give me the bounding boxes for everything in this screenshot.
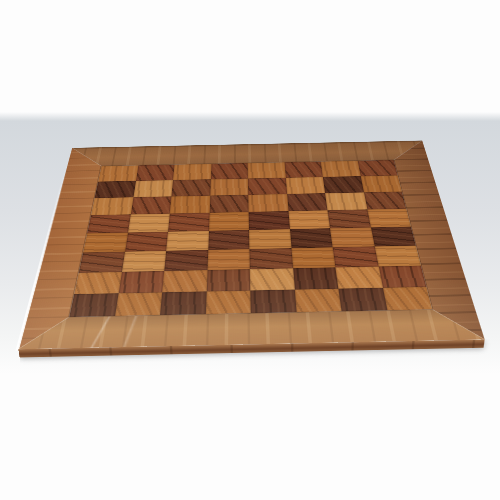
- square-g8: [321, 161, 361, 177]
- square-h3: [374, 246, 421, 267]
- square-d3: [207, 249, 250, 270]
- playing-area: [69, 160, 432, 317]
- square-a5: [87, 214, 130, 233]
- chessboard: [18, 141, 484, 350]
- square-f4: [289, 228, 332, 248]
- square-h5: [367, 209, 411, 228]
- square-c7: [171, 179, 210, 196]
- square-d1: [205, 291, 250, 315]
- square-h2: [378, 266, 426, 288]
- square-a2: [74, 272, 121, 294]
- square-e4: [249, 229, 291, 249]
- square-a3: [79, 252, 125, 273]
- square-b3: [121, 251, 166, 272]
- square-e8: [248, 162, 286, 178]
- square-a6: [91, 197, 133, 215]
- square-f2: [293, 267, 339, 289]
- square-g4: [330, 227, 374, 247]
- square-c4: [166, 231, 208, 251]
- square-d4: [208, 230, 250, 250]
- square-e7: [248, 178, 287, 195]
- square-h4: [370, 227, 415, 247]
- square-b6: [130, 196, 171, 214]
- square-e6: [248, 194, 288, 212]
- square-e3: [249, 248, 292, 269]
- square-g5: [327, 209, 370, 228]
- square-c1: [160, 291, 206, 315]
- square-f1: [294, 289, 341, 313]
- square-d7: [210, 179, 248, 196]
- square-a1: [69, 293, 118, 317]
- square-f7: [285, 177, 325, 194]
- square-d2: [206, 269, 250, 291]
- square-c2: [162, 270, 207, 292]
- square-h1: [382, 287, 432, 310]
- square-g3: [333, 246, 379, 267]
- square-a4: [83, 233, 128, 253]
- square-d8: [210, 163, 247, 179]
- square-e5: [249, 211, 290, 230]
- square-h8: [357, 160, 398, 176]
- square-e2: [250, 268, 295, 290]
- square-d5: [209, 212, 249, 231]
- square-c3: [164, 250, 208, 271]
- square-f8: [284, 162, 323, 178]
- square-g1: [338, 288, 387, 311]
- square-a7: [95, 181, 136, 198]
- square-c8: [173, 164, 211, 180]
- square-f3: [291, 247, 335, 268]
- square-b1: [115, 292, 163, 316]
- square-b2: [118, 271, 164, 293]
- left-edge-highlight: [15, 165, 68, 351]
- square-a8: [98, 165, 138, 181]
- square-f5: [288, 210, 330, 229]
- square-d6: [209, 195, 248, 213]
- photo-scene: [0, 0, 500, 500]
- square-h7: [360, 175, 402, 192]
- square-b4: [125, 232, 168, 252]
- square-g6: [325, 192, 367, 210]
- board-front-edge: [18, 339, 484, 357]
- square-b5: [128, 214, 170, 233]
- square-f6: [287, 193, 328, 211]
- square-h6: [364, 192, 407, 210]
- square-c5: [168, 213, 209, 232]
- square-b7: [133, 180, 173, 197]
- square-b8: [136, 165, 175, 181]
- square-e1: [250, 290, 296, 314]
- square-g2: [335, 267, 382, 289]
- square-g7: [323, 176, 364, 193]
- square-c6: [170, 196, 210, 214]
